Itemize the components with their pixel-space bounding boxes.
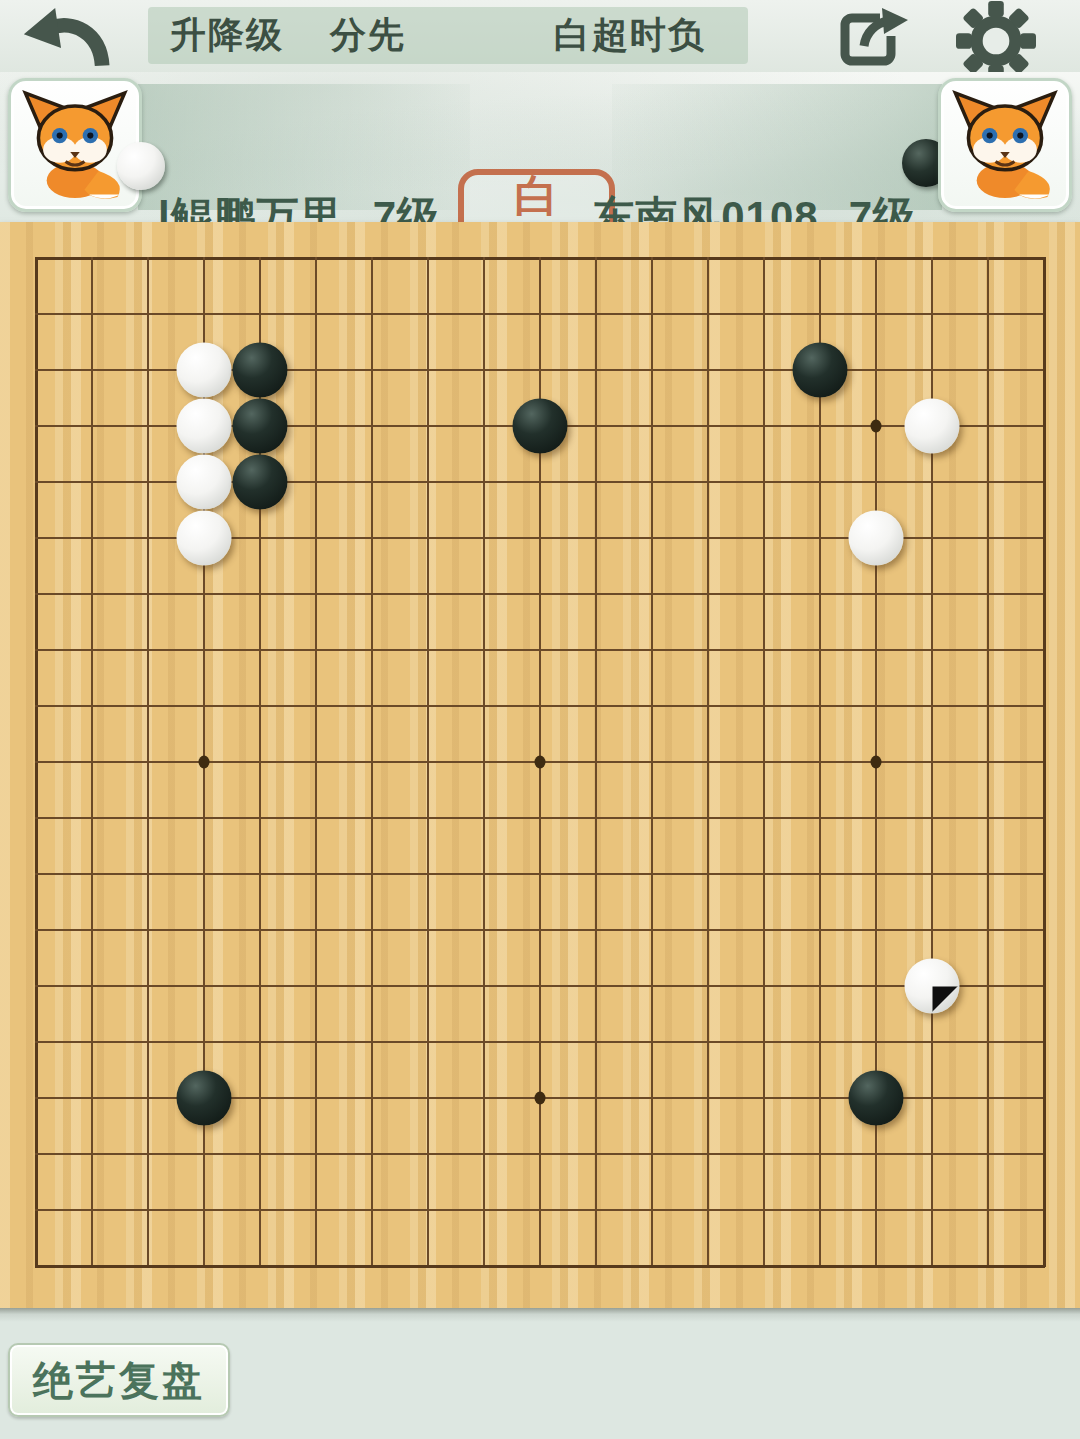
star-point bbox=[535, 756, 546, 769]
grid-line-horizontal bbox=[35, 873, 1045, 875]
star-point bbox=[199, 756, 210, 769]
grid-line-horizontal bbox=[35, 1041, 1045, 1043]
stone-white bbox=[849, 511, 904, 566]
grid-line-vertical bbox=[763, 257, 765, 1267]
setup-label: 分先 bbox=[330, 11, 406, 60]
grid-line-horizontal bbox=[35, 1153, 1045, 1155]
grid-line-horizontal bbox=[35, 1209, 1045, 1211]
go-board[interactable] bbox=[0, 222, 1080, 1308]
share-icon bbox=[836, 6, 910, 68]
stone-black bbox=[233, 399, 288, 454]
review-button-label: 绝艺复盘 bbox=[33, 1353, 205, 1408]
star-point bbox=[535, 1092, 546, 1105]
grid-line-vertical bbox=[987, 257, 989, 1267]
grid-line-horizontal bbox=[35, 985, 1045, 987]
review-button[interactable]: 绝艺复盘 bbox=[8, 1343, 230, 1417]
stone-white bbox=[905, 399, 960, 454]
top-bar: 升降级 分先 白超时负 bbox=[0, 0, 1080, 74]
white-player-avatar[interactable] bbox=[8, 78, 142, 212]
black-player-avatar[interactable] bbox=[938, 78, 1072, 212]
stone-black bbox=[177, 1071, 232, 1126]
board-shadow bbox=[0, 1308, 1080, 1322]
grid-line-vertical bbox=[707, 257, 709, 1267]
stone-black bbox=[233, 455, 288, 510]
star-point bbox=[871, 420, 882, 433]
bottom-bar: 绝艺复盘 bbox=[0, 1308, 1080, 1439]
grid-line-horizontal bbox=[35, 817, 1045, 819]
stone-black bbox=[849, 1071, 904, 1126]
grid-line-horizontal bbox=[35, 929, 1045, 931]
share-button[interactable] bbox=[836, 6, 910, 68]
last-move-marker-icon bbox=[932, 986, 958, 1012]
player-bar: l鲲鹏万里 7级 白 超时负 东南风0108 7级 bbox=[0, 72, 1080, 222]
stone-black bbox=[793, 343, 848, 398]
settings-button[interactable] bbox=[956, 1, 1036, 71]
game-type-label: 升降级 bbox=[170, 11, 284, 60]
fox-avatar-icon bbox=[946, 86, 1064, 204]
game-info-strip: 升降级 分先 白超时负 bbox=[148, 7, 748, 64]
grid-line-vertical bbox=[651, 257, 653, 1267]
grid-line-vertical bbox=[1043, 257, 1046, 1267]
back-arrow-icon bbox=[16, 3, 110, 70]
star-point bbox=[871, 756, 882, 769]
stone-black bbox=[233, 343, 288, 398]
grid-line-vertical bbox=[595, 257, 597, 1267]
white-stone-indicator bbox=[117, 142, 165, 190]
result-stamp-line1: 白 bbox=[464, 173, 609, 219]
stone-white bbox=[177, 455, 232, 510]
grid-line-vertical bbox=[819, 257, 821, 1267]
stone-white bbox=[905, 959, 960, 1014]
stone-white bbox=[177, 343, 232, 398]
result-label: 白超时负 bbox=[554, 11, 706, 60]
stone-black bbox=[513, 399, 568, 454]
back-button[interactable] bbox=[16, 3, 110, 69]
fox-avatar-icon bbox=[16, 86, 134, 204]
stone-white bbox=[177, 399, 232, 454]
fox-go-game-screen: 升降级 分先 白超时负 bbox=[0, 0, 1080, 1439]
gear-icon bbox=[956, 1, 1036, 81]
grid-line-horizontal bbox=[35, 1265, 1045, 1268]
stone-white bbox=[177, 511, 232, 566]
